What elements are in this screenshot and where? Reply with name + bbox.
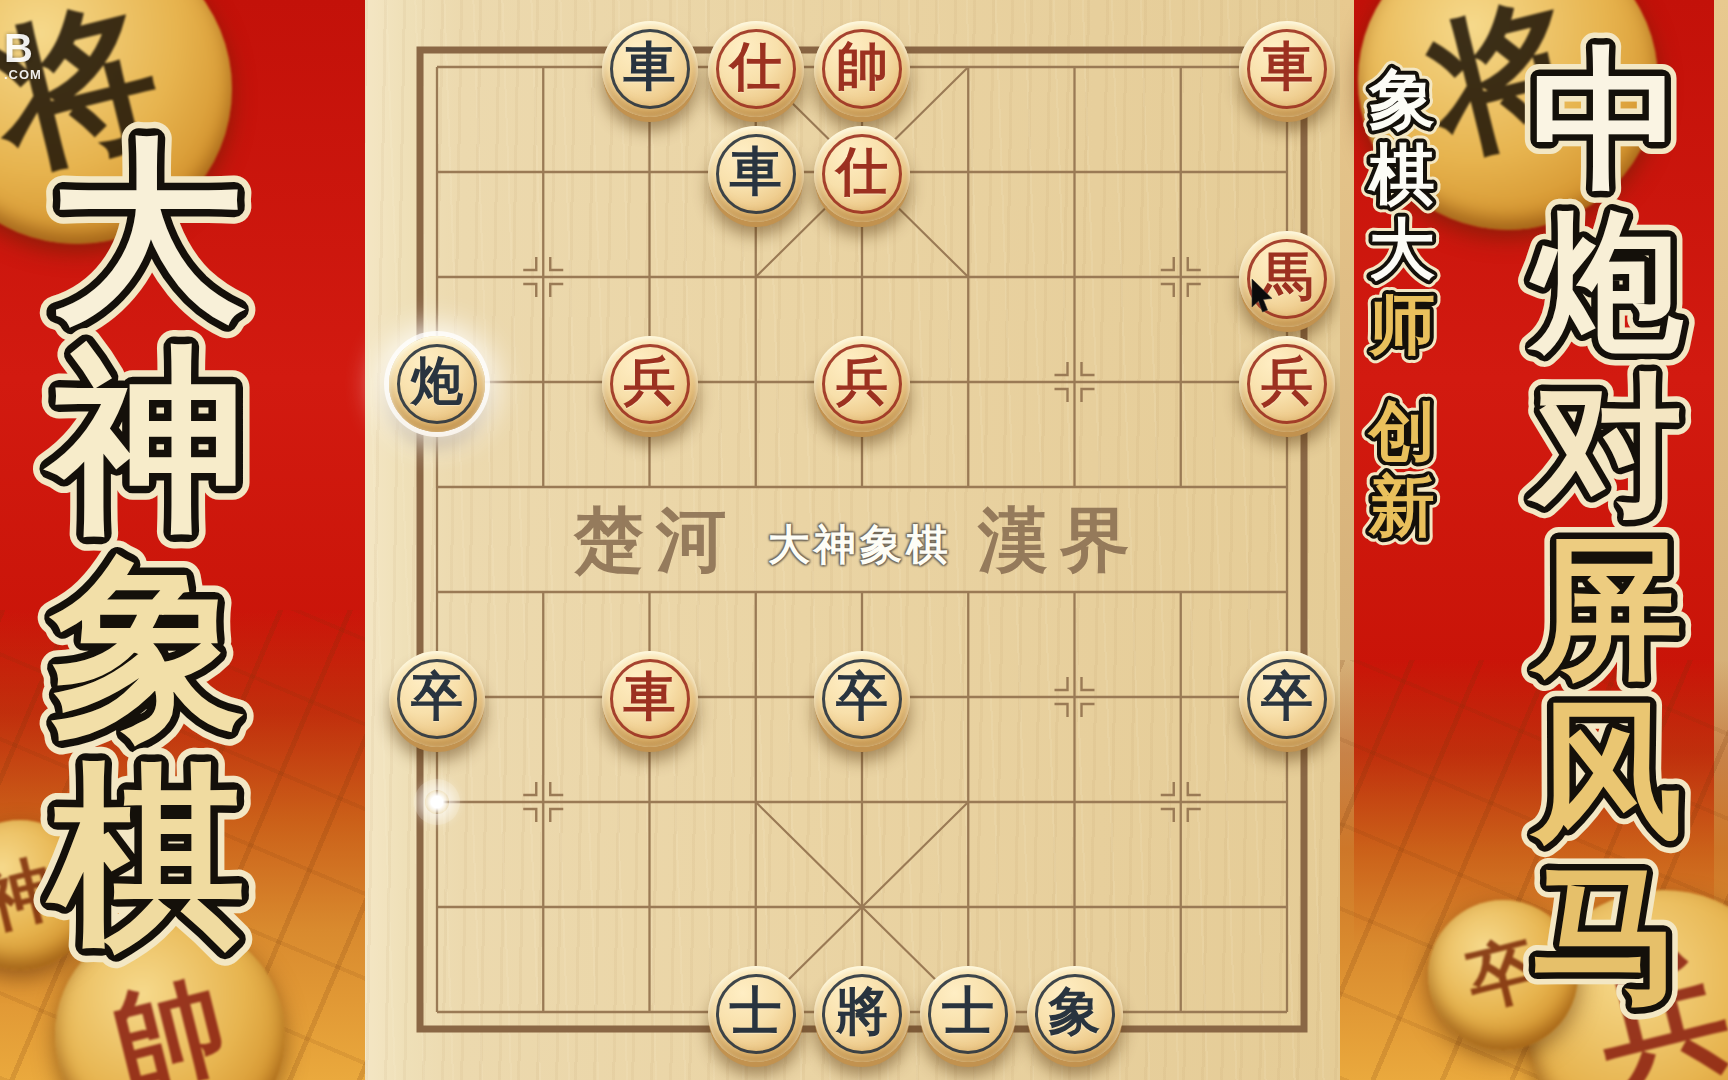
piece-black-elephant[interactable]: 象 (1027, 966, 1123, 1062)
piece-red-advisor[interactable]: 仕 (708, 21, 804, 117)
svg-text:象: 象 (48, 532, 246, 762)
piece-red-soldier[interactable]: 兵 (1239, 336, 1335, 432)
piece-red-soldier[interactable]: 兵 (814, 336, 910, 432)
right-panel-title: 中中中炮炮炮对对对屏屏屏风风风马马马 (1340, 0, 1728, 1080)
piece-glyph: 士 (920, 966, 1016, 1062)
piece-black-king[interactable]: 將 (814, 966, 910, 1062)
piece-glyph: 仕 (708, 21, 804, 117)
svg-text:对: 对 (1527, 355, 1683, 534)
xiangqi-board[interactable]: 楚河 漢界 大神象棋 車仕帥車車仕馬炮兵兵兵卒車卒卒士將士象 (384, 14, 1340, 1064)
piece-glyph: 車 (708, 126, 804, 222)
piece-glyph: 仕 (814, 126, 910, 222)
piece-glyph: 兵 (602, 336, 698, 432)
svg-text:炮: 炮 (1527, 192, 1684, 371)
piece-black-soldier[interactable]: 卒 (389, 651, 485, 747)
left-panel: 将 B .COM 帥 神 大大大神神神象象象棋棋棋 (0, 0, 365, 1080)
piece-red-soldier[interactable]: 兵 (602, 336, 698, 432)
piece-black-soldier[interactable]: 卒 (1239, 651, 1335, 747)
river-label-han-jie: 漢界 (978, 494, 1142, 588)
piece-glyph: 將 (814, 966, 910, 1062)
svg-text:屏: 屏 (1529, 518, 1683, 697)
river-label-chu-he: 楚河 (574, 494, 738, 588)
svg-text:中: 中 (1531, 29, 1683, 208)
piece-glyph: 卒 (1239, 651, 1335, 747)
channel-watermark: 大神象棋 (768, 517, 952, 573)
piece-glyph: 車 (602, 21, 698, 117)
piece-glyph: 兵 (814, 336, 910, 432)
mouse-cursor-icon (1251, 279, 1277, 315)
piece-glyph: 車 (1239, 21, 1335, 117)
piece-black-rook[interactable]: 車 (602, 21, 698, 117)
piece-black-cannon[interactable]: 炮 (389, 336, 485, 432)
piece-black-advisor[interactable]: 士 (920, 966, 1016, 1062)
left-panel-title: 大大大神神神象象象棋棋棋 (0, 0, 365, 1080)
piece-black-advisor[interactable]: 士 (708, 966, 804, 1062)
piece-black-soldier[interactable]: 卒 (814, 651, 910, 747)
piece-glyph: 卒 (814, 651, 910, 747)
piece-red-rook[interactable]: 車 (602, 651, 698, 747)
piece-glyph: 車 (602, 651, 698, 747)
piece-black-rook[interactable]: 車 (708, 126, 804, 222)
piece-glyph: 炮 (389, 336, 485, 432)
svg-text:大: 大 (50, 116, 246, 346)
piece-glyph: 帥 (814, 21, 910, 117)
svg-text:马: 马 (1531, 844, 1683, 1023)
piece-glyph: 兵 (1239, 336, 1335, 432)
piece-red-advisor[interactable]: 仕 (814, 126, 910, 222)
svg-text:风: 风 (1529, 681, 1683, 860)
stage: 将 B .COM 帥 神 大大大神神神象象象棋棋棋 楚河 漢界 大神象棋 車仕帥… (0, 0, 1728, 1080)
piece-glyph: 象 (1027, 966, 1123, 1062)
right-panel: 将 兵 卒 象象象棋棋棋大大大师师师创创创新新新 中中中炮炮炮对对对屏屏屏风风风… (1340, 0, 1728, 1080)
piece-red-rook[interactable]: 車 (1239, 21, 1335, 117)
piece-glyph: 士 (708, 966, 804, 1062)
piece-red-king[interactable]: 帥 (814, 21, 910, 117)
svg-text:棋: 棋 (45, 740, 246, 970)
svg-text:神: 神 (43, 324, 246, 554)
piece-glyph: 卒 (389, 651, 485, 747)
last-move-origin-marker (425, 790, 449, 814)
